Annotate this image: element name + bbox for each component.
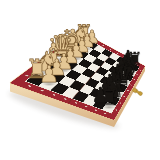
border-mark: [27, 85, 31, 87]
border-mark: [94, 109, 97, 111]
piece-glyph: ♟: [39, 63, 60, 86]
border-mark: [104, 113, 107, 115]
border-mark: [109, 49, 111, 50]
border-mark: [63, 98, 66, 100]
border-mark: [85, 106, 88, 108]
border-mark: [40, 90, 44, 92]
chess-set-photo: ♜♟♞♟♝♟♚♟♛♟♟♝♜♟♟♞♞♟♝♟♟♜♚♟♟♛♟♝♟♞♟♜: [0, 0, 160, 160]
border-mark: [102, 45, 104, 46]
border-mark: [52, 94, 56, 96]
border-mark: [74, 102, 77, 104]
piece-glyph: ♜: [99, 86, 119, 109]
